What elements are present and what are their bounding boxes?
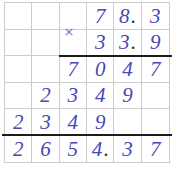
grid-cell: 2 (5, 136, 32, 163)
grid-cell: 4. (87, 136, 114, 163)
multiplication-worksheet: 7 8. 3 3 3. 9 7 0 4 7 2 3 4 9 2 3 4 9 2 … (0, 0, 174, 170)
multiplication-sign: × (60, 23, 78, 40)
grid-cell: 2 (5, 109, 32, 136)
grid-cell (32, 3, 59, 30)
grid-cell: 3 (142, 3, 169, 30)
grid-cell: 7 (142, 56, 169, 83)
grid-cell: 2 (32, 83, 59, 110)
grid-cell: 7 (60, 56, 87, 83)
grid-cell: 4 (60, 109, 87, 136)
grid-cell: 3. (114, 30, 141, 57)
grid-cell: 5 (60, 136, 87, 163)
grid-cell (32, 56, 59, 83)
partial-products-rule-line (59, 55, 172, 57)
grid-cell: 3 (60, 83, 87, 110)
grid-cell: 3 (114, 136, 141, 163)
grid-cell (32, 30, 59, 57)
grid-cell: 8. (114, 3, 141, 30)
grid-cell: 4 (114, 56, 141, 83)
grid-cell (5, 30, 32, 57)
grid-cell: 3 (87, 30, 114, 57)
grid-cell (5, 3, 32, 30)
grid-cell: 0 (87, 56, 114, 83)
grid-cell: 7 (142, 136, 169, 163)
grid-cell: 9 (87, 109, 114, 136)
grid-cell: 6 (32, 136, 59, 163)
grid-cell (142, 109, 169, 136)
worksheet-grid: 7 8. 3 3 3. 9 7 0 4 7 2 3 4 9 2 3 4 9 2 … (4, 2, 170, 163)
grid-cell: 9 (114, 83, 141, 110)
grid-cell: 3 (32, 109, 59, 136)
grid-cell: 9 (142, 30, 169, 57)
grid-cell (114, 109, 141, 136)
grid-cell (142, 83, 169, 110)
grid-cell: 7 (87, 3, 114, 30)
grid-cell (5, 83, 32, 110)
grid-cell (5, 56, 32, 83)
grid-cell: 4 (87, 83, 114, 110)
total-rule-line (2, 134, 172, 136)
